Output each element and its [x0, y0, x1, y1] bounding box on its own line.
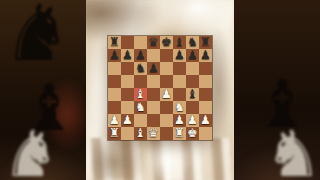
- square-g8: ♞: [186, 36, 199, 49]
- black-knight-g8: ♞: [187, 36, 198, 49]
- square-e3: [160, 101, 173, 114]
- square-d4: [147, 88, 160, 101]
- square-f5: [173, 75, 186, 88]
- square-a5: [108, 75, 121, 88]
- square-g4: ♝: [186, 88, 199, 101]
- thumbnail-frame: ♞♝♞ ♝♞ ♜♛♚♝♞♜♟♟♟♟♟♟♞♟♝♟♝♞♞♟♟♟♟♟♜♝♛♜♚: [0, 0, 320, 180]
- square-a6: [108, 62, 121, 75]
- left-band: ♞♝♞: [0, 0, 86, 180]
- white-rook-a1: ♜: [109, 127, 120, 140]
- square-e5: [160, 75, 173, 88]
- square-c6: ♞: [134, 62, 147, 75]
- square-c8: [134, 36, 147, 49]
- black-pawn-f7: ♟: [174, 49, 185, 62]
- black-bishop-f8: ♝: [174, 36, 185, 49]
- square-b2: ♟: [121, 114, 134, 127]
- white-knight-f3: ♞: [174, 101, 185, 114]
- square-h7: ♟: [199, 49, 212, 62]
- square-b5: [121, 75, 134, 88]
- black-pawn-a7: ♟: [109, 49, 120, 62]
- fabric-folds-bottom: [86, 138, 234, 180]
- square-d3: [147, 101, 160, 114]
- right-band: ♝♞: [234, 0, 320, 180]
- square-d6: ♟: [147, 62, 160, 75]
- square-a4: [108, 88, 121, 101]
- square-f4: [173, 88, 186, 101]
- black-pawn-g7: ♟: [187, 49, 198, 62]
- white-pawn-e4: ♟: [161, 88, 172, 101]
- square-h6: [199, 62, 212, 75]
- square-c7: ♟: [134, 49, 147, 62]
- square-c3: ♞: [134, 101, 147, 114]
- white-knight-c3: ♞: [135, 101, 146, 114]
- square-e2: [160, 114, 173, 127]
- white-pawn-a2: ♟: [109, 114, 120, 127]
- square-a2: ♟: [108, 114, 121, 127]
- square-h3: [199, 101, 212, 114]
- chess-board: ♜♛♚♝♞♜♟♟♟♟♟♟♞♟♝♟♝♞♞♟♟♟♟♟♜♝♛♜♚: [108, 36, 212, 140]
- square-g5: [186, 75, 199, 88]
- square-e1: [160, 127, 173, 140]
- black-pawn-c7: ♟: [135, 49, 146, 62]
- black-rook-a8: ♜: [109, 36, 120, 49]
- square-d7: [147, 49, 160, 62]
- square-a7: ♟: [108, 49, 121, 62]
- black-pawn-b7: ♟: [122, 49, 133, 62]
- square-f7: ♟: [173, 49, 186, 62]
- square-a8: ♜: [108, 36, 121, 49]
- fabric-fold-highlight-top-right: [148, 0, 232, 38]
- white-bishop-c1: ♝: [135, 127, 146, 140]
- square-b1: [121, 127, 134, 140]
- square-c1: ♝: [134, 127, 147, 140]
- square-h4: [199, 88, 212, 101]
- square-g6: [186, 62, 199, 75]
- black-knight-c6: ♞: [135, 62, 146, 75]
- black-pawn-h7: ♟: [200, 49, 211, 62]
- white-bishop-c4: ♝: [135, 88, 146, 101]
- square-d1: ♛: [147, 127, 160, 140]
- square-h5: [199, 75, 212, 88]
- light-knight-icon: ♞: [265, 122, 320, 180]
- square-d8: ♛: [147, 36, 160, 49]
- white-queen-d1: ♛: [148, 127, 159, 140]
- fabric-drape-left: [88, 30, 110, 140]
- square-b3: [121, 101, 134, 114]
- square-h8: ♜: [199, 36, 212, 49]
- square-e4: ♟: [160, 88, 173, 101]
- white-king-g1: ♚: [187, 127, 198, 140]
- black-queen-d8: ♛: [148, 36, 159, 49]
- square-b6: [121, 62, 134, 75]
- white-pawn-g2: ♟: [187, 114, 198, 127]
- white-pawn-f2: ♟: [174, 114, 185, 127]
- white-pawn-b2: ♟: [122, 114, 133, 127]
- square-f1: ♜: [173, 127, 186, 140]
- square-b7: ♟: [121, 49, 134, 62]
- square-b8: [121, 36, 134, 49]
- square-b4: [121, 88, 134, 101]
- square-f8: ♝: [173, 36, 186, 49]
- square-f3: ♞: [173, 101, 186, 114]
- black-bishop-g4: ♝: [187, 88, 198, 101]
- black-king-e8: ♚: [161, 36, 172, 49]
- square-d5: [147, 75, 160, 88]
- white-pawn-h2: ♟: [200, 114, 211, 127]
- square-f6: [173, 62, 186, 75]
- square-c4: ♝: [134, 88, 147, 101]
- white-rook-f1: ♜: [174, 127, 185, 140]
- square-c2: [134, 114, 147, 127]
- square-e6: [160, 62, 173, 75]
- square-a1: ♜: [108, 127, 121, 140]
- fabric-fold-highlight-bottom: [144, 134, 192, 180]
- square-g3: [186, 101, 199, 114]
- square-c5: [134, 75, 147, 88]
- square-e8: ♚: [160, 36, 173, 49]
- square-g2: ♟: [186, 114, 199, 127]
- dark-knight-icon: ♞: [2, 0, 72, 72]
- square-h1: [199, 127, 212, 140]
- black-pawn-d6: ♟: [148, 62, 159, 75]
- square-a3: [108, 101, 121, 114]
- fabric-fold-shadow-bottom-left: [92, 136, 146, 180]
- black-rook-h8: ♜: [200, 36, 211, 49]
- square-h2: ♟: [199, 114, 212, 127]
- square-g7: ♟: [186, 49, 199, 62]
- square-f2: ♟: [173, 114, 186, 127]
- square-g1: ♚: [186, 127, 199, 140]
- light-knight-icon: ♞: [2, 122, 59, 180]
- square-d2: [147, 114, 160, 127]
- square-e7: [160, 49, 173, 62]
